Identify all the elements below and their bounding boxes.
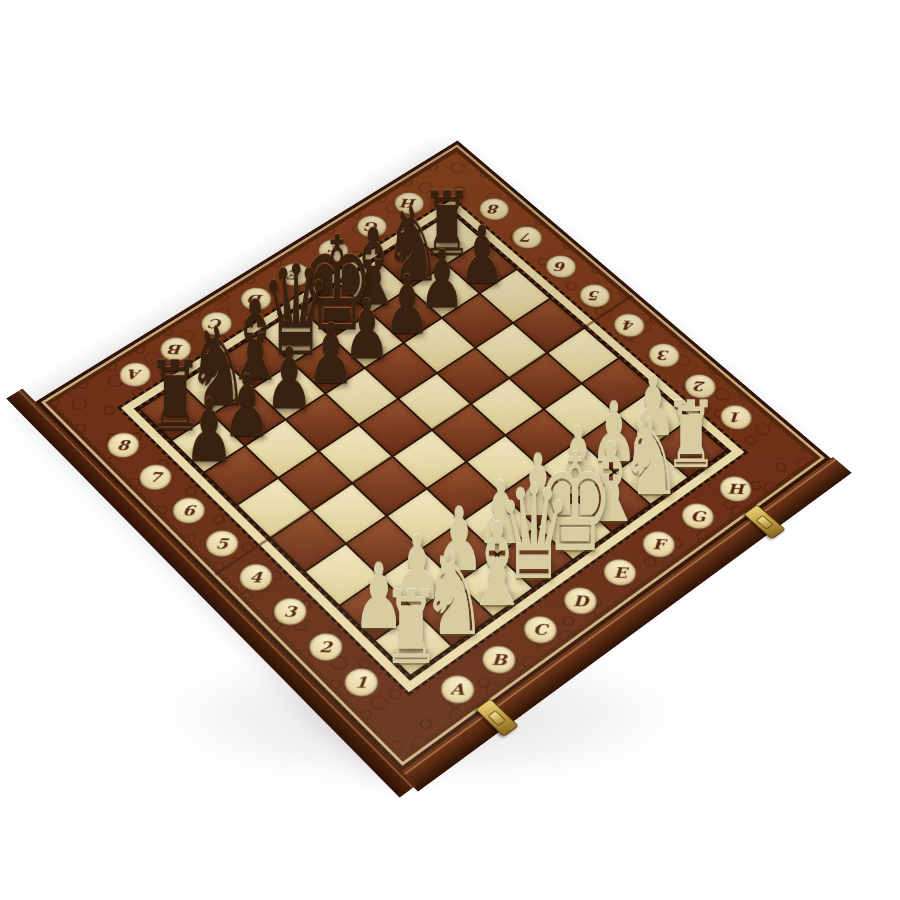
pieces-layer: ♜♞♝♛♚♝♞♜♟♟♟♟♟♟♟♟♟♟♟♟♟♟♟♟♜♞♝♛♚♝♞♜ bbox=[0, 0, 900, 900]
piece-white-rook-a1[interactable]: ♜ bbox=[382, 578, 440, 679]
piece-black-pawn-a7[interactable]: ♟ bbox=[184, 388, 234, 475]
piece-black-pawn-f7[interactable]: ♟ bbox=[384, 264, 431, 345]
piece-black-pawn-d7[interactable]: ♟ bbox=[307, 313, 355, 397]
piece-black-pawn-c7[interactable]: ♟ bbox=[265, 337, 314, 422]
piece-black-pawn-h7[interactable]: ♟ bbox=[459, 216, 505, 296]
product-photo-scene: HHGGFFEEDDCCBBAA8877665544332211 ♜♞♝♛♚♝♞… bbox=[0, 0, 900, 900]
